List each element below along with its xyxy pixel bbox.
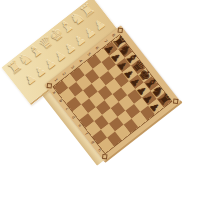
border-corner-motif <box>46 82 52 88</box>
border-corner-motif <box>172 98 178 104</box>
chess-set-photo: ♜♞♝♛♚♝♞♜♟♟♟♟♟♟♟♟ ♜♞♝♛♚♝♞♜♟♟♟♟♟♟♟♟ abcdef… <box>0 0 200 200</box>
border-corner-motif <box>101 153 107 159</box>
border-corner-motif <box>117 27 123 33</box>
